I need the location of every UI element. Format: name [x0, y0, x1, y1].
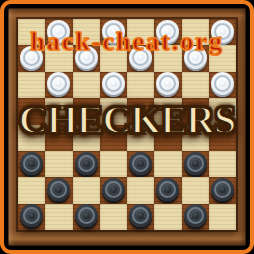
square-r3c7[interactable]: [182, 72, 209, 98]
square-r3c3[interactable]: [73, 72, 100, 98]
square-r3c4[interactable]: [100, 72, 127, 98]
square-r8c6[interactable]: [154, 204, 181, 230]
white-piece[interactable]: [156, 72, 179, 95]
square-r6c5[interactable]: [127, 151, 154, 177]
square-r7c6[interactable]: [154, 177, 181, 203]
white-piece[interactable]: [211, 72, 234, 95]
square-r6c2[interactable]: [45, 151, 72, 177]
square-r8c7[interactable]: [182, 204, 209, 230]
black-piece[interactable]: [129, 152, 152, 175]
square-r6c1[interactable]: [18, 151, 45, 177]
square-r3c1[interactable]: [18, 72, 45, 98]
square-r8c8[interactable]: [209, 204, 236, 230]
black-piece[interactable]: [156, 178, 179, 201]
square-r6c8[interactable]: [209, 151, 236, 177]
square-r8c2[interactable]: [45, 204, 72, 230]
square-r6c7[interactable]: [182, 151, 209, 177]
square-r8c4[interactable]: [100, 204, 127, 230]
square-r7c2[interactable]: [45, 177, 72, 203]
square-r6c4[interactable]: [100, 151, 127, 177]
game-title: CHECKERS: [0, 98, 254, 142]
black-piece[interactable]: [129, 204, 152, 227]
square-r7c8[interactable]: [209, 177, 236, 203]
black-piece[interactable]: [184, 204, 207, 227]
square-r8c1[interactable]: [18, 204, 45, 230]
square-r6c6[interactable]: [154, 151, 181, 177]
square-r3c2[interactable]: [45, 72, 72, 98]
black-piece[interactable]: [75, 152, 98, 175]
square-r7c1[interactable]: [18, 177, 45, 203]
square-r7c7[interactable]: [182, 177, 209, 203]
black-piece[interactable]: [102, 178, 125, 201]
white-piece[interactable]: [102, 72, 125, 95]
square-r8c5[interactable]: [127, 204, 154, 230]
square-r7c5[interactable]: [127, 177, 154, 203]
square-r7c3[interactable]: [73, 177, 100, 203]
black-piece[interactable]: [20, 152, 43, 175]
checkers-app-screenshot: hack-cheat.org CHECKERS: [0, 0, 254, 254]
square-r7c4[interactable]: [100, 177, 127, 203]
square-r8c3[interactable]: [73, 204, 100, 230]
black-piece[interactable]: [47, 178, 70, 201]
white-piece[interactable]: [47, 72, 70, 95]
watermark-text: hack-cheat.org: [0, 29, 254, 55]
square-r6c3[interactable]: [73, 151, 100, 177]
square-r3c8[interactable]: [209, 72, 236, 98]
black-piece[interactable]: [20, 204, 43, 227]
black-piece[interactable]: [184, 152, 207, 175]
black-piece[interactable]: [75, 204, 98, 227]
black-piece[interactable]: [211, 178, 234, 201]
square-r3c6[interactable]: [154, 72, 181, 98]
square-r3c5[interactable]: [127, 72, 154, 98]
